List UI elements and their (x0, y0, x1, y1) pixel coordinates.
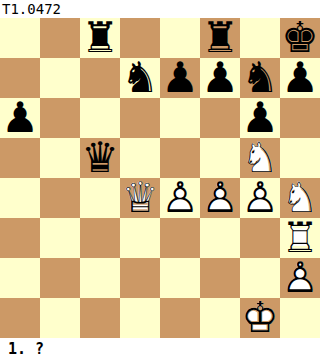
square-f5[interactable] (200, 138, 240, 178)
square-h5[interactable] (280, 138, 320, 178)
square-b2[interactable] (40, 258, 80, 298)
piece-white-pawn: ♟ (240, 178, 280, 218)
square-g2[interactable] (240, 258, 280, 298)
square-a2[interactable] (0, 258, 40, 298)
diagram-title: T1.0472 (2, 1, 61, 17)
piece-white-king: ♚ (240, 298, 280, 338)
square-b5[interactable] (40, 138, 80, 178)
piece-white-rook-outline: ♖ (280, 218, 320, 258)
piece-white-pawn: ♟ (200, 178, 240, 218)
square-c3[interactable] (80, 218, 120, 258)
piece-black-pawn: ♟ (200, 58, 240, 98)
square-f7[interactable]: ♟ (200, 58, 240, 98)
square-c6[interactable] (80, 98, 120, 138)
square-f1[interactable] (200, 298, 240, 338)
piece-white-pawn-outline: ♙ (240, 178, 280, 218)
piece-white-rook: ♜ (280, 218, 320, 258)
square-a3[interactable] (0, 218, 40, 258)
square-g1[interactable]: ♚♔ (240, 298, 280, 338)
square-b4[interactable] (40, 178, 80, 218)
piece-white-knight-outline: ♘ (280, 178, 320, 218)
square-d5[interactable] (120, 138, 160, 178)
square-g6[interactable]: ♟ (240, 98, 280, 138)
square-a5[interactable] (0, 138, 40, 178)
square-f4[interactable]: ♟♙ (200, 178, 240, 218)
square-h4[interactable]: ♞♘ (280, 178, 320, 218)
square-g8[interactable] (240, 18, 280, 58)
square-e8[interactable] (160, 18, 200, 58)
square-a1[interactable] (0, 298, 40, 338)
square-b8[interactable] (40, 18, 80, 58)
square-h1[interactable] (280, 298, 320, 338)
square-a6[interactable]: ♟ (0, 98, 40, 138)
square-b7[interactable] (40, 58, 80, 98)
square-d1[interactable] (120, 298, 160, 338)
square-d6[interactable] (120, 98, 160, 138)
square-e3[interactable] (160, 218, 200, 258)
square-f2[interactable] (200, 258, 240, 298)
piece-white-king-outline: ♔ (240, 298, 280, 338)
square-e1[interactable] (160, 298, 200, 338)
square-c2[interactable] (80, 258, 120, 298)
square-b6[interactable] (40, 98, 80, 138)
square-a4[interactable] (0, 178, 40, 218)
square-b3[interactable] (40, 218, 80, 258)
square-h6[interactable] (280, 98, 320, 138)
square-g4[interactable]: ♟♙ (240, 178, 280, 218)
square-d4[interactable]: ♛♕ (120, 178, 160, 218)
piece-white-pawn: ♟ (280, 258, 320, 298)
move-prompt: 1. ? (8, 340, 44, 358)
square-f8[interactable]: ♜ (200, 18, 240, 58)
piece-white-queen-outline: ♕ (120, 178, 160, 218)
square-h7[interactable]: ♟ (280, 58, 320, 98)
square-e2[interactable] (160, 258, 200, 298)
piece-black-knight: ♞ (240, 58, 280, 98)
square-g3[interactable] (240, 218, 280, 258)
square-d2[interactable] (120, 258, 160, 298)
square-h2[interactable]: ♟♙ (280, 258, 320, 298)
square-e6[interactable] (160, 98, 200, 138)
square-e7[interactable]: ♟ (160, 58, 200, 98)
square-d7[interactable]: ♞ (120, 58, 160, 98)
piece-white-knight: ♞ (280, 178, 320, 218)
square-d3[interactable] (120, 218, 160, 258)
piece-white-pawn-outline: ♙ (280, 258, 320, 298)
square-b1[interactable] (40, 298, 80, 338)
square-g7[interactable]: ♞ (240, 58, 280, 98)
piece-white-pawn: ♟ (160, 178, 200, 218)
square-h8[interactable]: ♚ (280, 18, 320, 58)
piece-black-pawn: ♟ (160, 58, 200, 98)
piece-black-queen: ♛ (80, 138, 120, 178)
square-c8[interactable]: ♜ (80, 18, 120, 58)
piece-black-knight: ♞ (120, 58, 160, 98)
piece-white-pawn-outline: ♙ (200, 178, 240, 218)
square-f3[interactable] (200, 218, 240, 258)
square-f6[interactable] (200, 98, 240, 138)
square-a8[interactable] (0, 18, 40, 58)
piece-white-knight: ♞ (240, 138, 280, 178)
square-e5[interactable] (160, 138, 200, 178)
square-c1[interactable] (80, 298, 120, 338)
piece-black-pawn: ♟ (240, 98, 280, 138)
square-e4[interactable]: ♟♙ (160, 178, 200, 218)
piece-white-queen: ♛ (120, 178, 160, 218)
piece-black-pawn: ♟ (0, 98, 40, 138)
square-a7[interactable] (0, 58, 40, 98)
square-c5[interactable]: ♛ (80, 138, 120, 178)
piece-black-rook: ♜ (200, 18, 240, 58)
square-c4[interactable] (80, 178, 120, 218)
square-g5[interactable]: ♞♘ (240, 138, 280, 178)
square-d8[interactable] (120, 18, 160, 58)
square-h3[interactable]: ♜♖ (280, 218, 320, 258)
piece-black-king: ♚ (280, 18, 320, 58)
piece-white-knight-outline: ♘ (240, 138, 280, 178)
piece-black-pawn: ♟ (280, 58, 320, 98)
chess-board: ♜♜♚♞♟♟♞♟♟♟♛♞♘♛♕♟♙♟♙♟♙♞♘♜♖♟♙♚♔ (0, 18, 320, 338)
square-c7[interactable] (80, 58, 120, 98)
piece-white-pawn-outline: ♙ (160, 178, 200, 218)
piece-black-rook: ♜ (80, 18, 120, 58)
